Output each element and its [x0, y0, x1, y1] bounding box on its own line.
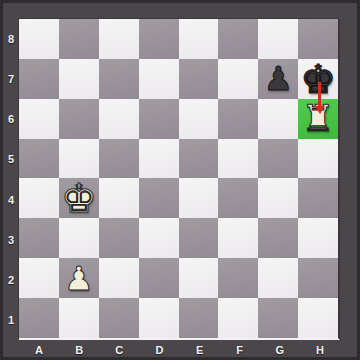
square-b3[interactable]: [59, 218, 99, 258]
rank-label-2: 2: [3, 260, 19, 300]
square-c2[interactable]: [99, 258, 139, 298]
square-c3[interactable]: [99, 218, 139, 258]
square-e8[interactable]: [179, 19, 219, 59]
square-f4[interactable]: [218, 178, 258, 218]
square-f6[interactable]: [218, 99, 258, 139]
square-d8[interactable]: [139, 19, 179, 59]
square-e6[interactable]: [179, 99, 219, 139]
square-c8[interactable]: [99, 19, 139, 59]
square-e1[interactable]: [179, 298, 219, 338]
file-labels: ABCDEFGH: [19, 342, 340, 358]
black-pawn[interactable]: ♟: [263, 62, 293, 95]
square-c5[interactable]: [99, 139, 139, 179]
square-d3[interactable]: [139, 218, 179, 258]
square-e3[interactable]: [179, 218, 219, 258]
rank-label-4: 4: [3, 180, 19, 220]
square-b1[interactable]: [59, 298, 99, 338]
square-c6[interactable]: [99, 99, 139, 139]
square-a8[interactable]: [19, 19, 59, 59]
square-f5[interactable]: [218, 139, 258, 179]
square-h3[interactable]: [298, 218, 338, 258]
square-f2[interactable]: [218, 258, 258, 298]
square-g1[interactable]: [258, 298, 298, 338]
square-a6[interactable]: [19, 99, 59, 139]
white-pawn[interactable]: ♟: [64, 262, 94, 295]
square-g8[interactable]: [258, 19, 298, 59]
square-d1[interactable]: [139, 298, 179, 338]
square-c7[interactable]: [99, 59, 139, 99]
file-label-f: F: [220, 342, 260, 358]
square-b8[interactable]: [59, 19, 99, 59]
square-b2[interactable]: ♟: [59, 258, 99, 298]
square-h1[interactable]: [298, 298, 338, 338]
square-b5[interactable]: [59, 139, 99, 179]
chess-board: ♟♚♜♚♟: [19, 19, 340, 340]
square-e7[interactable]: [179, 59, 219, 99]
white-king[interactable]: ♚: [61, 178, 97, 218]
square-h8[interactable]: [298, 19, 338, 59]
square-e4[interactable]: [179, 178, 219, 218]
rank-label-6: 6: [3, 99, 19, 139]
square-g5[interactable]: [258, 139, 298, 179]
square-a2[interactable]: [19, 258, 59, 298]
square-g2[interactable]: [258, 258, 298, 298]
square-c4[interactable]: [99, 178, 139, 218]
file-label-a: A: [19, 342, 59, 358]
square-b6[interactable]: [59, 99, 99, 139]
square-e5[interactable]: [179, 139, 219, 179]
square-c1[interactable]: [99, 298, 139, 338]
rank-label-7: 7: [3, 59, 19, 99]
square-h5[interactable]: [298, 139, 338, 179]
square-h2[interactable]: [298, 258, 338, 298]
square-a1[interactable]: [19, 298, 59, 338]
square-f7[interactable]: [218, 59, 258, 99]
square-e2[interactable]: [179, 258, 219, 298]
move-arrow-line: [318, 82, 321, 106]
rank-label-8: 8: [3, 19, 19, 59]
file-label-d: D: [139, 342, 179, 358]
file-label-c: C: [99, 342, 139, 358]
rank-label-3: 3: [3, 220, 19, 260]
square-g3[interactable]: [258, 218, 298, 258]
square-g4[interactable]: [258, 178, 298, 218]
square-b7[interactable]: [59, 59, 99, 99]
rank-label-1: 1: [3, 300, 19, 340]
square-a5[interactable]: [19, 139, 59, 179]
square-f1[interactable]: [218, 298, 258, 338]
square-b4[interactable]: ♚: [59, 178, 99, 218]
square-f8[interactable]: [218, 19, 258, 59]
square-a3[interactable]: [19, 218, 59, 258]
square-g7[interactable]: ♟: [258, 59, 298, 99]
file-label-g: G: [260, 342, 300, 358]
square-f3[interactable]: [218, 218, 258, 258]
file-label-h: H: [300, 342, 340, 358]
square-h4[interactable]: [298, 178, 338, 218]
square-a7[interactable]: [19, 59, 59, 99]
rank-label-5: 5: [3, 139, 19, 179]
move-arrow-head: [315, 106, 325, 114]
square-d6[interactable]: [139, 99, 179, 139]
square-d2[interactable]: [139, 258, 179, 298]
square-d7[interactable]: [139, 59, 179, 99]
chess-board-window: 87654321 ABCDEFGH ♟♚♜♚♟: [0, 0, 360, 360]
file-label-e: E: [180, 342, 220, 358]
file-label-b: B: [59, 342, 99, 358]
square-a4[interactable]: [19, 178, 59, 218]
square-g6[interactable]: [258, 99, 298, 139]
square-d5[interactable]: [139, 139, 179, 179]
rank-labels: 87654321: [3, 19, 19, 340]
square-d4[interactable]: [139, 178, 179, 218]
